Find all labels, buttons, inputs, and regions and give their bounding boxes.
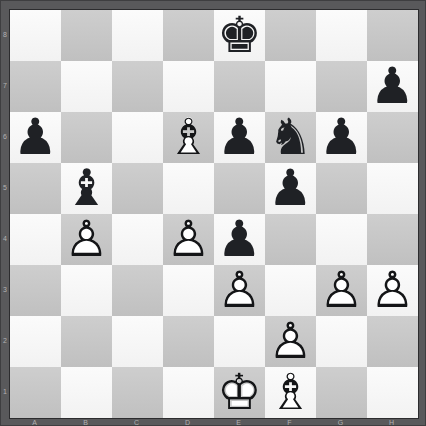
square-c1[interactable]: [112, 367, 163, 418]
square-f4[interactable]: [265, 214, 316, 265]
square-c3[interactable]: [112, 265, 163, 316]
file-label-c: C: [111, 419, 162, 426]
rank-label-6: 6: [1, 111, 9, 162]
square-c4[interactable]: [112, 214, 163, 265]
black-pawn: ♟: [316, 112, 367, 163]
square-f1[interactable]: ♝♗: [265, 367, 316, 418]
square-b2[interactable]: [61, 316, 112, 367]
square-g2[interactable]: [316, 316, 367, 367]
square-d5[interactable]: [163, 163, 214, 214]
rank-label-3: 3: [1, 264, 9, 315]
square-h6[interactable]: [367, 112, 418, 163]
square-h3[interactable]: ♟♙: [367, 265, 418, 316]
black-pawn: ♟: [10, 112, 61, 163]
square-g7[interactable]: [316, 61, 367, 112]
piece-glyph-outline: ♙: [61, 214, 112, 265]
square-e1[interactable]: ♚♔: [214, 367, 265, 418]
square-h5[interactable]: [367, 163, 418, 214]
square-h4[interactable]: [367, 214, 418, 265]
square-e4[interactable]: ♟: [214, 214, 265, 265]
square-a5[interactable]: [10, 163, 61, 214]
white-bishop: ♝♗: [163, 112, 214, 163]
square-b5[interactable]: ♝: [61, 163, 112, 214]
square-d8[interactable]: [163, 10, 214, 61]
square-b1[interactable]: [61, 367, 112, 418]
black-bishop: ♝: [61, 163, 112, 214]
white-pawn: ♟♙: [61, 214, 112, 265]
square-d7[interactable]: [163, 61, 214, 112]
white-pawn: ♟♙: [163, 214, 214, 265]
square-a3[interactable]: [10, 265, 61, 316]
piece-glyph-outline: ♙: [367, 265, 418, 316]
square-c2[interactable]: [112, 316, 163, 367]
white-king: ♚♔: [214, 367, 265, 418]
piece-glyph-outline: ♙: [214, 265, 265, 316]
piece-glyph-outline: ♔: [214, 367, 265, 418]
square-e3[interactable]: ♟♙: [214, 265, 265, 316]
square-d6[interactable]: ♝♗: [163, 112, 214, 163]
square-h7[interactable]: ♟: [367, 61, 418, 112]
rank-label-5: 5: [1, 162, 9, 213]
file-label-g: G: [315, 419, 366, 426]
file-label-e: E: [213, 419, 264, 426]
square-d4[interactable]: ♟♙: [163, 214, 214, 265]
square-f8[interactable]: [265, 10, 316, 61]
black-king: ♚: [214, 10, 265, 61]
white-pawn: ♟♙: [214, 265, 265, 316]
file-labels: ABCDEFGH: [9, 419, 417, 426]
square-f5[interactable]: ♟: [265, 163, 316, 214]
square-h2[interactable]: [367, 316, 418, 367]
rank-label-4: 4: [1, 213, 9, 264]
black-pawn: ♟: [265, 163, 316, 214]
rank-labels: 87654321: [1, 9, 9, 417]
file-label-d: D: [162, 419, 213, 426]
white-pawn: ♟♙: [265, 316, 316, 367]
square-b4[interactable]: ♟♙: [61, 214, 112, 265]
square-a8[interactable]: [10, 10, 61, 61]
square-d2[interactable]: [163, 316, 214, 367]
square-f2[interactable]: ♟♙: [265, 316, 316, 367]
square-b8[interactable]: [61, 10, 112, 61]
square-a7[interactable]: [10, 61, 61, 112]
square-g6[interactable]: ♟: [316, 112, 367, 163]
black-pawn: ♟: [214, 112, 265, 163]
board-frame: 87654321 ♚♟♟♝♗♟♞♟♝♟♟♙♟♙♟♟♙♟♙♟♙♟♙♚♔♝♗ ABC…: [0, 0, 426, 426]
rank-label-2: 2: [1, 315, 9, 366]
square-b6[interactable]: [61, 112, 112, 163]
square-g4[interactable]: [316, 214, 367, 265]
square-c8[interactable]: [112, 10, 163, 61]
square-e5[interactable]: [214, 163, 265, 214]
square-f3[interactable]: [265, 265, 316, 316]
square-e7[interactable]: [214, 61, 265, 112]
square-a4[interactable]: [10, 214, 61, 265]
square-f6[interactable]: ♞: [265, 112, 316, 163]
black-pawn: ♟: [214, 214, 265, 265]
square-f7[interactable]: [265, 61, 316, 112]
rank-label-8: 8: [1, 9, 9, 60]
square-d3[interactable]: [163, 265, 214, 316]
square-e8[interactable]: ♚: [214, 10, 265, 61]
chess-board: ♚♟♟♝♗♟♞♟♝♟♟♙♟♙♟♟♙♟♙♟♙♟♙♚♔♝♗: [9, 9, 419, 419]
square-a1[interactable]: [10, 367, 61, 418]
square-c5[interactable]: [112, 163, 163, 214]
square-a6[interactable]: ♟: [10, 112, 61, 163]
piece-glyph-outline: ♙: [265, 316, 316, 367]
black-pawn: ♟: [367, 61, 418, 112]
file-label-h: H: [366, 419, 417, 426]
square-b3[interactable]: [61, 265, 112, 316]
square-g8[interactable]: [316, 10, 367, 61]
square-g1[interactable]: [316, 367, 367, 418]
file-label-a: A: [9, 419, 60, 426]
rank-label-7: 7: [1, 60, 9, 111]
square-c6[interactable]: [112, 112, 163, 163]
square-h1[interactable]: [367, 367, 418, 418]
white-pawn: ♟♙: [316, 265, 367, 316]
square-g3[interactable]: ♟♙: [316, 265, 367, 316]
file-label-f: F: [264, 419, 315, 426]
square-d1[interactable]: [163, 367, 214, 418]
square-h8[interactable]: [367, 10, 418, 61]
square-a2[interactable]: [10, 316, 61, 367]
square-b7[interactable]: [61, 61, 112, 112]
black-knight: ♞: [265, 112, 316, 163]
square-c7[interactable]: [112, 61, 163, 112]
piece-glyph-outline: ♙: [163, 214, 214, 265]
white-pawn: ♟♙: [367, 265, 418, 316]
piece-glyph-outline: ♙: [316, 265, 367, 316]
square-e6[interactable]: ♟: [214, 112, 265, 163]
square-g5[interactable]: [316, 163, 367, 214]
white-bishop: ♝♗: [265, 367, 316, 418]
square-e2[interactable]: [214, 316, 265, 367]
piece-glyph-outline: ♗: [265, 367, 316, 418]
file-label-b: B: [60, 419, 111, 426]
rank-label-1: 1: [1, 366, 9, 417]
piece-glyph-outline: ♗: [163, 112, 214, 163]
